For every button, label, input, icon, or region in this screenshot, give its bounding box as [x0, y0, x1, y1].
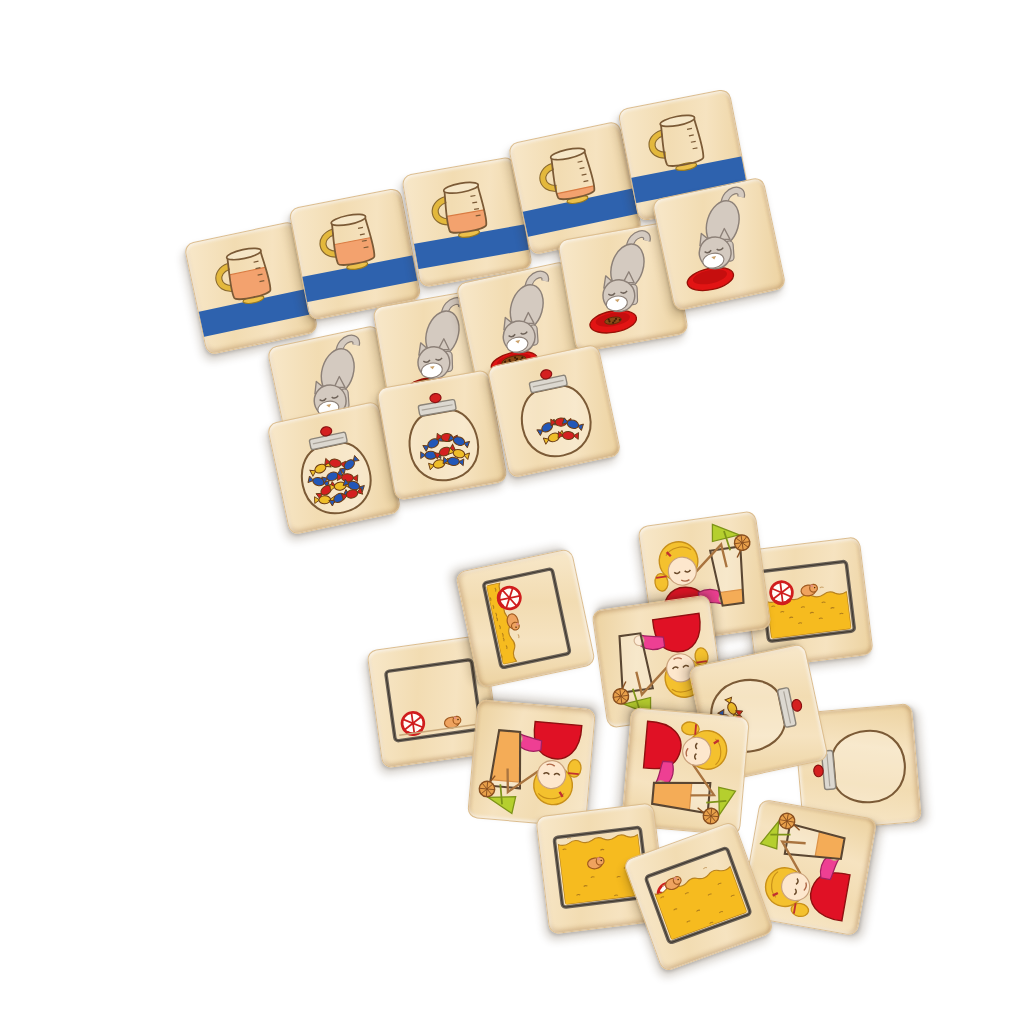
table-surface [0, 0, 1024, 1024]
girl-illustration [468, 700, 595, 827]
tile-kitten-level-0[interactable] [651, 176, 786, 311]
jar-illustration [268, 402, 401, 535]
tile-cage-level-1[interactable] [454, 547, 595, 688]
tile-jug-level-3[interactable] [288, 187, 422, 321]
kitten-illustration [653, 178, 786, 311]
jar-illustration [488, 345, 621, 478]
tile-jar-level-2[interactable] [486, 343, 621, 478]
jug-illustration [402, 157, 532, 287]
cage-illustration [456, 549, 595, 688]
jug-illustration [289, 188, 420, 319]
tile-girl-level-4[interactable] [467, 699, 596, 828]
jar-illustration [377, 370, 507, 500]
tile-jar-level-3[interactable] [376, 369, 508, 501]
